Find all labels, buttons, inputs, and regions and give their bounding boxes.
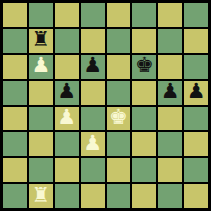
square-f2[interactable] bbox=[132, 158, 156, 182]
black-pawn-icon[interactable]: ♟ bbox=[57, 81, 76, 102]
square-d1[interactable] bbox=[81, 184, 105, 208]
square-b8[interactable] bbox=[29, 3, 53, 27]
square-g3[interactable] bbox=[158, 132, 182, 156]
square-h3[interactable] bbox=[184, 132, 208, 156]
white-pawn-icon[interactable]: ♟ bbox=[57, 107, 76, 128]
square-a3[interactable] bbox=[3, 132, 27, 156]
square-a5[interactable] bbox=[3, 81, 27, 105]
square-a8[interactable] bbox=[3, 3, 27, 27]
square-e1[interactable] bbox=[107, 184, 131, 208]
square-h7[interactable] bbox=[184, 29, 208, 53]
square-c5[interactable]: ♟ bbox=[55, 81, 79, 105]
square-b5[interactable] bbox=[29, 81, 53, 105]
square-c8[interactable] bbox=[55, 3, 79, 27]
square-c6[interactable] bbox=[55, 55, 79, 79]
square-c7[interactable] bbox=[55, 29, 79, 53]
square-g7[interactable] bbox=[158, 29, 182, 53]
square-h2[interactable] bbox=[184, 158, 208, 182]
square-d6[interactable]: ♟ bbox=[81, 55, 105, 79]
square-e7[interactable] bbox=[107, 29, 131, 53]
white-king-icon[interactable]: ♚ bbox=[109, 107, 128, 128]
square-b3[interactable] bbox=[29, 132, 53, 156]
square-f8[interactable] bbox=[132, 3, 156, 27]
square-a2[interactable] bbox=[3, 158, 27, 182]
square-f3[interactable] bbox=[132, 132, 156, 156]
black-pawn-icon[interactable]: ♟ bbox=[83, 55, 102, 76]
black-pawn-icon[interactable]: ♟ bbox=[187, 81, 206, 102]
square-b1[interactable]: ♜ bbox=[29, 184, 53, 208]
square-b4[interactable] bbox=[29, 107, 53, 131]
square-h6[interactable] bbox=[184, 55, 208, 79]
square-g5[interactable]: ♟ bbox=[158, 81, 182, 105]
square-d3[interactable]: ♟ bbox=[81, 132, 105, 156]
square-g2[interactable] bbox=[158, 158, 182, 182]
square-d8[interactable] bbox=[81, 3, 105, 27]
square-b2[interactable] bbox=[29, 158, 53, 182]
square-a1[interactable] bbox=[3, 184, 27, 208]
chess-board: ♜♟♟♚♟♟♟♟♚♟♜ bbox=[0, 0, 211, 211]
square-a6[interactable] bbox=[3, 55, 27, 79]
square-c1[interactable] bbox=[55, 184, 79, 208]
square-f1[interactable] bbox=[132, 184, 156, 208]
black-rook-icon[interactable]: ♜ bbox=[31, 29, 50, 50]
square-h8[interactable] bbox=[184, 3, 208, 27]
square-d7[interactable] bbox=[81, 29, 105, 53]
square-e6[interactable] bbox=[107, 55, 131, 79]
black-king-icon[interactable]: ♚ bbox=[135, 55, 154, 76]
square-f6[interactable]: ♚ bbox=[132, 55, 156, 79]
square-e8[interactable] bbox=[107, 3, 131, 27]
square-d5[interactable] bbox=[81, 81, 105, 105]
square-c2[interactable] bbox=[55, 158, 79, 182]
square-f5[interactable] bbox=[132, 81, 156, 105]
square-g1[interactable] bbox=[158, 184, 182, 208]
square-e5[interactable] bbox=[107, 81, 131, 105]
square-b7[interactable]: ♜ bbox=[29, 29, 53, 53]
square-e4[interactable]: ♚ bbox=[107, 107, 131, 131]
square-c3[interactable] bbox=[55, 132, 79, 156]
square-g8[interactable] bbox=[158, 3, 182, 27]
square-e3[interactable] bbox=[107, 132, 131, 156]
square-h4[interactable] bbox=[184, 107, 208, 131]
square-h5[interactable]: ♟ bbox=[184, 81, 208, 105]
square-b6[interactable]: ♟ bbox=[29, 55, 53, 79]
white-rook-icon[interactable]: ♜ bbox=[31, 185, 50, 206]
square-c4[interactable]: ♟ bbox=[55, 107, 79, 131]
white-pawn-icon[interactable]: ♟ bbox=[83, 133, 102, 154]
square-g4[interactable] bbox=[158, 107, 182, 131]
square-a4[interactable] bbox=[3, 107, 27, 131]
white-pawn-icon[interactable]: ♟ bbox=[31, 55, 50, 76]
square-a7[interactable] bbox=[3, 29, 27, 53]
square-h1[interactable] bbox=[184, 184, 208, 208]
square-d4[interactable] bbox=[81, 107, 105, 131]
square-e2[interactable] bbox=[107, 158, 131, 182]
black-pawn-icon[interactable]: ♟ bbox=[161, 81, 180, 102]
square-d2[interactable] bbox=[81, 158, 105, 182]
square-f4[interactable] bbox=[132, 107, 156, 131]
square-f7[interactable] bbox=[132, 29, 156, 53]
square-g6[interactable] bbox=[158, 55, 182, 79]
